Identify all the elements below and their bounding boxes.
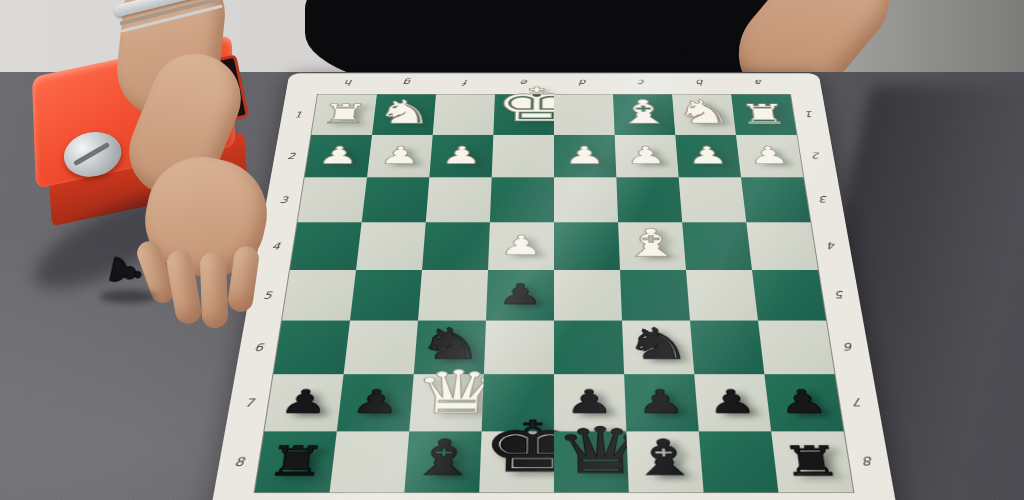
piece-white-knight-b1[interactable]: ♞ xyxy=(672,96,735,127)
square-c7[interactable]: ♟ xyxy=(624,374,699,431)
board-grid: ♜♞♚♝♞♜♟♟♟♟♟♟♟♟♝♟♞♞♟♟♛♟♟♟♟♜♝♚♛♝♜ xyxy=(255,94,853,492)
rank-label-right-8: 8 xyxy=(853,431,883,492)
square-e6[interactable] xyxy=(484,321,554,375)
square-e2[interactable] xyxy=(492,135,554,178)
piece-white-pawn-f2[interactable]: ♟ xyxy=(430,144,493,167)
piece-white-pawn-b2[interactable]: ♟ xyxy=(676,144,740,167)
square-b1[interactable]: ♞ xyxy=(672,94,736,134)
file-label-far-h: h xyxy=(319,78,379,87)
square-d6[interactable] xyxy=(554,321,624,375)
square-a4[interactable] xyxy=(746,222,818,270)
chess-board: hgfedcba hgfedcba 12345678 12345678 ♜♞♚♝… xyxy=(208,73,901,500)
square-a7[interactable]: ♟ xyxy=(764,374,843,431)
piece-white-pawn-c2[interactable]: ♟ xyxy=(615,144,678,167)
square-h8[interactable]: ♜ xyxy=(255,431,337,492)
square-g2[interactable]: ♟ xyxy=(367,135,433,178)
piece-black-bishop-c8[interactable]: ♝ xyxy=(627,434,703,481)
square-b3[interactable] xyxy=(679,177,747,222)
square-c2[interactable]: ♟ xyxy=(615,135,679,178)
square-h1[interactable]: ♜ xyxy=(311,94,376,134)
piece-black-pawn-a7[interactable]: ♟ xyxy=(766,387,841,418)
file-label-far-b: b xyxy=(671,78,730,87)
rank-label-right-7: 7 xyxy=(844,374,873,431)
square-e4[interactable]: ♟ xyxy=(488,222,554,270)
square-d5[interactable] xyxy=(554,270,622,321)
square-c4[interactable]: ♝ xyxy=(618,222,686,270)
piece-black-pawn-c7[interactable]: ♟ xyxy=(625,387,698,418)
file-label-far-a: a xyxy=(729,78,789,87)
rank-label-right-4: 4 xyxy=(819,222,845,270)
piece-black-queen-d8[interactable]: ♛ xyxy=(554,420,628,481)
piece-white-bishop-c4[interactable]: ♝ xyxy=(618,225,685,262)
square-h7[interactable]: ♟ xyxy=(264,374,343,431)
piece-white-queen-f7[interactable]: ♛ xyxy=(410,364,484,421)
square-c3[interactable] xyxy=(616,177,682,222)
square-e7[interactable] xyxy=(482,374,554,431)
finger xyxy=(200,252,229,329)
rank-label-right-6: 6 xyxy=(835,321,863,375)
square-a8[interactable]: ♜ xyxy=(771,431,853,492)
square-b5[interactable] xyxy=(686,270,758,321)
piece-white-pawn-d2[interactable]: ♟ xyxy=(554,144,616,167)
piece-white-rook-a1[interactable]: ♜ xyxy=(732,101,795,127)
piece-white-pawn-h2[interactable]: ♟ xyxy=(306,144,371,167)
piece-white-king-e1[interactable]: ♚ xyxy=(494,83,554,127)
rank-label-left-4: 4 xyxy=(263,222,289,270)
square-h3[interactable] xyxy=(298,177,367,222)
rank-label-left-1: 1 xyxy=(287,94,310,134)
square-d8[interactable]: ♛ xyxy=(554,431,629,492)
rank-label-left-3: 3 xyxy=(271,177,296,222)
square-h5[interactable] xyxy=(282,270,356,321)
piece-black-knight-c6[interactable]: ♞ xyxy=(622,323,693,364)
piece-black-knight-f6[interactable]: ♞ xyxy=(415,323,486,364)
square-d7[interactable]: ♟ xyxy=(554,374,626,431)
square-f8[interactable]: ♝ xyxy=(404,431,481,492)
captured-pawn-shadow xyxy=(100,290,156,303)
piece-black-bishop-f8[interactable]: ♝ xyxy=(405,434,481,481)
square-b4[interactable] xyxy=(682,222,752,270)
square-e8[interactable]: ♚ xyxy=(479,431,554,492)
square-g4[interactable] xyxy=(356,222,426,270)
piece-black-pawn-e5[interactable]: ♟ xyxy=(486,281,554,308)
square-d2[interactable]: ♟ xyxy=(554,135,616,178)
square-g1[interactable]: ♞ xyxy=(372,94,436,134)
piece-white-knight-g1[interactable]: ♞ xyxy=(373,96,436,127)
square-h2[interactable]: ♟ xyxy=(305,135,372,178)
rank-label-left-7: 7 xyxy=(235,374,264,431)
square-h4[interactable] xyxy=(290,222,362,270)
piece-white-pawn-g2[interactable]: ♟ xyxy=(368,144,432,167)
square-c1[interactable]: ♝ xyxy=(613,94,675,134)
piece-black-pawn-h7[interactable]: ♟ xyxy=(267,387,342,418)
file-label-far-f: f xyxy=(437,78,496,87)
square-f3[interactable] xyxy=(426,177,492,222)
square-f4[interactable] xyxy=(422,222,490,270)
piece-black-pawn-d7[interactable]: ♟ xyxy=(554,387,626,418)
file-label-far-c: c xyxy=(612,78,671,87)
square-c6[interactable]: ♞ xyxy=(622,321,694,375)
square-a3[interactable] xyxy=(741,177,810,222)
rank-label-left-8: 8 xyxy=(224,431,254,492)
rank-label-left-6: 6 xyxy=(245,321,273,375)
square-c8[interactable]: ♝ xyxy=(626,431,703,492)
square-g5[interactable] xyxy=(350,270,422,321)
piece-black-pawn-g7[interactable]: ♟ xyxy=(339,387,413,418)
rank-label-right-2: 2 xyxy=(805,135,829,178)
square-g3[interactable] xyxy=(362,177,430,222)
square-a2[interactable]: ♟ xyxy=(736,135,803,178)
square-b7[interactable]: ♟ xyxy=(694,374,771,431)
square-c5[interactable] xyxy=(620,270,690,321)
rank-label-left-2: 2 xyxy=(279,135,303,178)
square-g8[interactable] xyxy=(330,431,410,492)
square-f7[interactable]: ♛ xyxy=(409,374,484,431)
rank-label-right-1: 1 xyxy=(798,94,821,134)
square-d3[interactable] xyxy=(554,177,618,222)
square-g7[interactable]: ♟ xyxy=(337,374,414,431)
square-g6[interactable] xyxy=(344,321,418,375)
rank-label-right-3: 3 xyxy=(812,177,837,222)
square-f6[interactable]: ♞ xyxy=(414,321,486,375)
piece-white-pawn-e4[interactable]: ♟ xyxy=(488,233,554,258)
piece-black-rook-a8[interactable]: ♜ xyxy=(772,442,851,481)
square-b6[interactable] xyxy=(690,321,764,375)
square-b2[interactable]: ♟ xyxy=(675,135,741,178)
square-h6[interactable] xyxy=(273,321,350,375)
square-d4[interactable] xyxy=(554,222,620,270)
piece-black-rook-h8[interactable]: ♜ xyxy=(257,442,336,481)
square-a1[interactable]: ♜ xyxy=(731,94,796,134)
square-a5[interactable] xyxy=(752,270,826,321)
square-f2[interactable]: ♟ xyxy=(429,135,493,178)
piece-white-pawn-a2[interactable]: ♟ xyxy=(737,144,802,167)
square-e3[interactable] xyxy=(490,177,554,222)
file-label-far-g: g xyxy=(378,78,437,87)
square-e1[interactable]: ♚ xyxy=(493,94,554,134)
piece-black-king-e8[interactable]: ♚ xyxy=(480,414,554,481)
square-a6[interactable] xyxy=(758,321,835,375)
rank-label-left-5: 5 xyxy=(254,270,281,321)
scene: hgfedcba hgfedcba 12345678 12345678 ♜♞♚♝… xyxy=(0,0,1024,500)
square-f1[interactable] xyxy=(433,94,495,134)
piece-white-bishop-c1[interactable]: ♝ xyxy=(613,96,675,127)
square-e5[interactable]: ♟ xyxy=(486,270,554,321)
square-f5[interactable] xyxy=(418,270,488,321)
square-b8[interactable] xyxy=(699,431,779,492)
piece-black-pawn-b7[interactable]: ♟ xyxy=(695,387,769,418)
rank-label-right-5: 5 xyxy=(827,270,854,321)
